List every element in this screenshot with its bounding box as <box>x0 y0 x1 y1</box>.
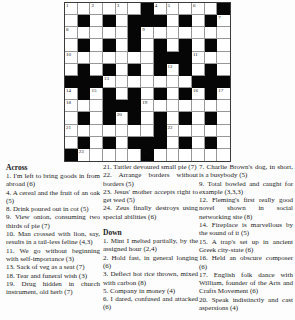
cell-r2c12[interactable] <box>217 27 230 39</box>
block-r6c11 <box>205 76 218 88</box>
cell-r5c8[interactable]: 12 <box>167 64 180 76</box>
cell-r4c12[interactable] <box>217 52 230 64</box>
clue: 14. Fireplace is marvellous by the sound… <box>199 221 293 238</box>
clue-number-15: 15 <box>91 88 96 94</box>
cell-r3c12[interactable] <box>217 39 230 51</box>
clue: 10. Man crossed with lion, say, results … <box>6 230 100 247</box>
clue-number-13: 13 <box>104 76 109 82</box>
block-r3c1 <box>78 39 91 51</box>
block-r1c9 <box>179 15 192 27</box>
block-r12c6: 24 <box>141 149 154 161</box>
cell-r4c6[interactable] <box>141 52 154 64</box>
cell-r1c8[interactable] <box>167 15 180 27</box>
block-r9c3 <box>103 112 116 124</box>
clue-number-18: 18 <box>66 100 71 106</box>
clue-number-20: 20 <box>117 112 122 118</box>
block-r5c9 <box>179 64 192 76</box>
block-r3c5 <box>128 39 141 51</box>
clue-number-7: 7 <box>218 15 221 21</box>
cell-r12c5[interactable] <box>128 149 141 161</box>
cell-r2c1[interactable] <box>78 27 91 39</box>
clue-number-14: 14 <box>66 88 71 94</box>
cell-r2c0[interactable]: 8 <box>65 27 78 39</box>
cell-r4c4[interactable] <box>116 52 129 64</box>
cell-r1c10[interactable] <box>192 15 205 27</box>
clue: 22. Arrange borders without borders (5) <box>103 171 198 188</box>
block-r11c6 <box>141 137 154 149</box>
cell-r8c1[interactable] <box>78 100 91 112</box>
cell-r9c8[interactable] <box>167 112 180 124</box>
cell-r7c6[interactable] <box>141 88 154 100</box>
cell-r4c11[interactable] <box>205 52 218 64</box>
block-r1c6 <box>141 15 154 27</box>
block-r5c7 <box>154 64 167 76</box>
block-r3c11 <box>205 39 218 51</box>
clue: 23. Jesus' mother accepts right to get w… <box>103 188 198 205</box>
cell-r11c0[interactable] <box>65 137 78 149</box>
clue: 20. Speak indistinctly and cast aspersio… <box>199 296 293 313</box>
cell-r3c6[interactable] <box>141 39 154 51</box>
block-r11c7 <box>154 137 167 149</box>
block-r5c11 <box>205 64 218 76</box>
cell-r7c12[interactable]: 17 <box>217 88 230 100</box>
cell-r12c2[interactable] <box>90 149 103 161</box>
clue: 2. Hold fast, in general longing (6) <box>103 254 198 271</box>
block-r4c8 <box>167 52 180 64</box>
cell-r10c9[interactable] <box>179 125 192 137</box>
cell-r9c2[interactable] <box>90 112 103 124</box>
cell-r0c3[interactable] <box>103 3 116 15</box>
block-r5c3 <box>103 64 116 76</box>
block-r3c7 <box>154 39 167 51</box>
block-r1c1 <box>78 15 91 27</box>
cell-r2c11[interactable] <box>205 27 218 39</box>
across-header: Across <box>6 163 100 172</box>
clue-number-24: 24 <box>142 149 147 155</box>
cell-r3c10[interactable] <box>192 39 205 51</box>
cell-r11c10[interactable] <box>192 137 205 149</box>
cell-r4c10[interactable]: 11 <box>192 52 205 64</box>
block-r1c5 <box>128 15 141 27</box>
down-clues-column: 7. Charlie Brown's dog, in short, is a b… <box>199 163 293 312</box>
block-r5c5 <box>128 64 141 76</box>
cell-r10c2[interactable] <box>90 125 103 137</box>
down-header: Down <box>103 228 198 237</box>
cell-r8c0[interactable]: 18 <box>65 100 78 112</box>
cell-r3c0[interactable] <box>65 39 78 51</box>
cell-r10c0[interactable]: 21 <box>65 125 78 137</box>
cell-r1c2[interactable] <box>90 15 103 27</box>
cell-r0c0[interactable]: 1 <box>65 3 78 15</box>
cell-r8c10[interactable] <box>192 100 205 112</box>
cell-r10c3[interactable] <box>103 125 116 137</box>
cell-r2c10[interactable] <box>192 27 205 39</box>
block-r8c5 <box>128 100 141 112</box>
cell-r12c9[interactable] <box>179 149 192 161</box>
block-r11c11 <box>205 137 218 149</box>
clue-number-10: 10 <box>66 52 71 58</box>
cell-r10c1[interactable] <box>78 125 91 137</box>
clue: 9. View onion, consuming two thirds of p… <box>6 213 100 230</box>
cell-r9c4[interactable]: 20 <box>116 112 129 124</box>
block-r7c5 <box>128 88 141 100</box>
cell-r12c11[interactable] <box>205 149 218 161</box>
cell-r8c7[interactable] <box>154 100 167 112</box>
cell-r0c4[interactable]: 3 <box>116 3 129 15</box>
cell-r8c12[interactable] <box>217 100 230 112</box>
cell-r10c4[interactable] <box>116 125 129 137</box>
cell-r11c2[interactable] <box>90 137 103 149</box>
block-r0c6 <box>141 3 154 15</box>
cell-r3c2[interactable] <box>90 39 103 51</box>
cell-r10c12[interactable] <box>217 125 230 137</box>
clue: 8. Drink poured out in cot (5) <box>6 205 100 213</box>
cell-r6c5[interactable] <box>128 76 141 88</box>
cell-r1c0[interactable] <box>65 15 78 27</box>
block-r6c2 <box>90 76 103 88</box>
cell-r10c6[interactable] <box>141 125 154 137</box>
clue-number-21: 21 <box>66 125 71 131</box>
cell-r12c10[interactable] <box>192 149 205 161</box>
across-clue-list-continued: 21. Tattler devoured small pie (7)22. Ar… <box>103 163 198 221</box>
block-r9c5 <box>128 112 141 124</box>
cell-r5c0[interactable] <box>65 64 78 76</box>
cell-r6c3[interactable]: 13 <box>103 76 116 88</box>
crossword-grid: 123456789101112131415161718192021222324 <box>64 2 231 162</box>
cell-r2c7[interactable] <box>154 27 167 39</box>
cell-r2c3[interactable] <box>103 27 116 39</box>
cell-r12c4[interactable] <box>116 149 129 161</box>
cell-r0c2[interactable]: 2 <box>90 3 103 15</box>
clue: 18. Tear and funeral wish (3) <box>6 272 100 280</box>
block-r1c11 <box>205 15 218 27</box>
clue-number-8: 8 <box>66 27 69 33</box>
clue-number-1: 1 <box>66 3 69 9</box>
block-r4c9 <box>179 52 192 64</box>
cell-r8c6[interactable]: 19 <box>141 100 154 112</box>
block-r6c12 <box>217 76 230 88</box>
cell-r11c4[interactable] <box>116 137 129 149</box>
cell-r4c0[interactable]: 10 <box>65 52 78 64</box>
cell-r5c12[interactable] <box>217 64 230 76</box>
cell-r2c8[interactable] <box>167 27 180 39</box>
block-r6c1 <box>78 76 91 88</box>
clue-number-2: 2 <box>91 3 94 9</box>
clue-number-11: 11 <box>193 52 198 58</box>
cell-r2c2[interactable] <box>90 27 103 39</box>
clue: 16. Held an obscure composer (6) <box>199 254 293 271</box>
cell-r4c2[interactable] <box>90 52 103 64</box>
across-clue-list: 1. I'm left to bring goods in from abroa… <box>6 172 100 296</box>
cell-r0c11[interactable] <box>205 3 218 15</box>
cell-r8c11[interactable] <box>205 100 218 112</box>
clue-number-4: 4 <box>155 3 158 9</box>
block-r9c1 <box>78 112 91 124</box>
block-r6c10 <box>192 76 205 88</box>
block-r11c1 <box>78 137 91 149</box>
cell-r5c2[interactable] <box>90 64 103 76</box>
cell-r10c8[interactable]: 22 <box>167 125 180 137</box>
block-r4c7 <box>154 52 167 64</box>
cell-r7c10[interactable]: 16 <box>192 88 205 100</box>
cell-r4c3[interactable] <box>103 52 116 64</box>
block-r7c3 <box>103 88 116 100</box>
block-r8c4 <box>116 100 129 112</box>
cell-r5c6[interactable] <box>141 64 154 76</box>
clue: 6. I dared, confused and attacked (6) <box>103 295 198 312</box>
clue: 15. A trap's set up in ancient Greek cit… <box>199 238 293 255</box>
cell-r12c1[interactable]: 23 <box>78 149 91 161</box>
block-r7c1 <box>78 88 91 100</box>
block-r9c9 <box>179 112 192 124</box>
clue-number-23: 23 <box>79 149 84 155</box>
block-r12c0 <box>65 149 78 161</box>
clue: 12. Fleming's first really good novel sh… <box>199 196 293 221</box>
cell-r4c1[interactable] <box>78 52 91 64</box>
clue: 13. Sack of veg as a seat (7) <box>6 263 100 271</box>
clue: 7. Charlie Brown's dog, in short, is a b… <box>199 163 293 180</box>
cell-r12c7[interactable] <box>154 149 167 161</box>
cell-r7c4[interactable] <box>116 88 129 100</box>
cell-r10c10[interactable] <box>192 125 205 137</box>
cell-r9c12[interactable] <box>217 112 230 124</box>
clue: 11. We go without beginning with self-im… <box>6 247 100 264</box>
cell-r8c8[interactable] <box>167 100 180 112</box>
clue-number-16: 16 <box>193 88 198 94</box>
cell-r8c2[interactable] <box>90 100 103 112</box>
across-clues-column: Across 1. I'm left to bring goods in fro… <box>6 163 100 296</box>
down-clue-list: 1. Mint I melted partially, by the assig… <box>103 237 198 312</box>
clue-number-12: 12 <box>168 64 173 70</box>
clue: 3. Deflect hot rice thrown, mixed with c… <box>103 270 198 287</box>
clue: 9. Total bowled and caught for example (… <box>199 180 293 197</box>
middle-clues-column: 21. Tattler devoured small pie (7)22. Ar… <box>103 163 198 312</box>
block-r3c9 <box>179 39 192 51</box>
cell-r12c8[interactable] <box>167 149 180 161</box>
cell-r5c10[interactable] <box>192 64 205 76</box>
block-r5c1 <box>78 64 91 76</box>
clue-number-17: 17 <box>218 88 223 94</box>
cell-r6c9[interactable] <box>179 76 192 88</box>
clue: 1. I'm left to bring goods in from abroa… <box>6 172 100 189</box>
cell-r2c4[interactable] <box>116 27 129 39</box>
block-r11c3 <box>103 137 116 149</box>
cell-r10c11[interactable] <box>205 125 218 137</box>
cell-r1c4[interactable] <box>116 15 129 27</box>
cell-r9c10[interactable] <box>192 112 205 124</box>
cell-r10c5[interactable] <box>128 125 141 137</box>
block-r7c11 <box>205 88 218 100</box>
block-r0c12 <box>217 3 230 15</box>
cell-r1c12[interactable]: 7 <box>217 15 230 27</box>
cell-r6c4[interactable] <box>116 76 129 88</box>
cell-r5c4[interactable] <box>116 64 129 76</box>
clue: 24. Zeus finally destroys using special … <box>103 204 198 221</box>
block-r9c7 <box>154 112 167 124</box>
cell-r0c1[interactable] <box>78 3 91 15</box>
cell-r0c8[interactable]: 5 <box>167 3 180 15</box>
block-r11c5 <box>128 137 141 149</box>
block-r11c9 <box>179 137 192 149</box>
clue: 4. A cereal and the fruit of an oak (5) <box>6 189 100 206</box>
cell-r6c7[interactable] <box>154 76 167 88</box>
clue: 1. Mint I melted partially, by the assig… <box>103 237 198 254</box>
clue: 5. Company in money (4) <box>103 287 198 295</box>
cell-r9c0[interactable] <box>65 112 78 124</box>
clue: 17. English folk dance with William, fou… <box>199 271 293 296</box>
block-r1c7 <box>154 15 167 27</box>
block-r8c3 <box>103 100 116 112</box>
clue-number-3: 3 <box>117 3 120 9</box>
cell-r2c9[interactable] <box>179 27 192 39</box>
clue-number-22: 22 <box>168 125 173 131</box>
cell-r12c3[interactable] <box>103 149 116 161</box>
clue-number-5: 5 <box>168 3 171 9</box>
cell-r0c9[interactable] <box>179 3 192 15</box>
block-r3c3 <box>103 39 116 51</box>
cell-r2c6[interactable]: 9 <box>141 27 154 39</box>
cell-r9c6[interactable] <box>141 112 154 124</box>
block-r7c9 <box>179 88 192 100</box>
cell-r4c5[interactable] <box>128 52 141 64</box>
clue-number-9: 9 <box>142 27 145 33</box>
cell-r6c8[interactable] <box>167 76 180 88</box>
cell-r3c4[interactable] <box>116 39 129 51</box>
cell-r3c8[interactable] <box>167 39 180 51</box>
block-r9c11 <box>205 112 218 124</box>
crossword-page: 123456789101112131415161718192021222324 … <box>0 0 295 320</box>
down-clue-list-continued: 7. Charlie Brown's dog, in short, is a b… <box>199 163 293 312</box>
cell-r0c7[interactable]: 4 <box>154 3 167 15</box>
cell-r6c6[interactable] <box>141 76 154 88</box>
block-r6c0 <box>65 76 78 88</box>
block-r1c3 <box>103 15 116 27</box>
block-r10c7 <box>154 125 167 137</box>
cell-r11c12[interactable] <box>217 137 230 149</box>
cell-r12c12[interactable] <box>217 149 230 161</box>
cell-r0c5[interactable] <box>128 3 141 15</box>
cell-r0c10[interactable]: 6 <box>192 3 205 15</box>
block-r2c5 <box>128 27 141 39</box>
clue-number-6: 6 <box>193 3 196 9</box>
clue: 21. Tattler devoured small pie (7) <box>103 163 198 171</box>
cell-r7c2[interactable]: 15 <box>90 88 103 100</box>
clue-number-19: 19 <box>142 100 147 106</box>
cell-r7c0[interactable]: 14 <box>65 88 78 100</box>
clue: 19. Drug hidden in church instrument, ol… <box>6 280 100 297</box>
cell-r8c9[interactable] <box>179 100 192 112</box>
cell-r11c8[interactable] <box>167 137 180 149</box>
cell-r7c8[interactable] <box>167 88 180 100</box>
block-r7c7 <box>154 88 167 100</box>
